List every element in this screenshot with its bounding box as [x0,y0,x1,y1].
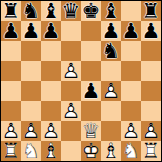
piece-outline-layer: ♕ [81,121,101,141]
piece-outline-layer: ♙ [61,61,81,81]
square-g1[interactable]: ♞♘ [121,141,141,161]
white-queen[interactable]: ♛♕ [81,121,101,141]
square-f8[interactable]: ♝ [101,1,121,21]
black-pawn[interactable]: ♟ [101,21,121,41]
square-b4[interactable] [21,81,41,101]
white-pawn[interactable]: ♟♙ [41,121,61,141]
square-e5[interactable] [81,61,101,81]
white-bishop[interactable]: ♝♗ [41,141,61,161]
piece-outline-layer: ♖ [141,141,161,161]
square-e6[interactable] [81,41,101,61]
black-king[interactable]: ♚ [81,1,101,21]
square-f1[interactable]: ♝♗ [101,141,121,161]
piece-outline-layer: ♗ [41,141,61,161]
black-pawn[interactable]: ♟ [41,21,61,41]
square-b6[interactable] [21,41,41,61]
square-b3[interactable] [21,101,41,121]
square-g6[interactable] [121,41,141,61]
square-c6[interactable] [41,41,61,61]
square-g7[interactable]: ♟ [121,21,141,41]
black-rook[interactable]: ♜ [141,1,161,21]
black-queen[interactable]: ♛ [61,1,81,21]
white-rook[interactable]: ♜♖ [141,141,161,161]
black-rook[interactable]: ♜ [1,1,21,21]
white-pawn[interactable]: ♟♙ [61,101,81,121]
square-g4[interactable] [121,81,141,101]
black-pawn[interactable]: ♟ [141,21,161,41]
square-d7[interactable] [61,21,81,41]
square-g8[interactable] [121,1,141,21]
square-h7[interactable]: ♟ [141,21,161,41]
square-e1[interactable]: ♚♔ [81,141,101,161]
square-c1[interactable]: ♝♗ [41,141,61,161]
square-a2[interactable]: ♟♙ [1,121,21,141]
piece-outline-layer: ♖ [1,141,21,161]
square-d2[interactable] [61,121,81,141]
square-h3[interactable] [141,101,161,121]
black-knight[interactable]: ♞ [101,41,121,61]
piece-outline-layer: ♙ [61,101,81,121]
square-a8[interactable]: ♜ [1,1,21,21]
square-e4[interactable]: ♟ [81,81,101,101]
square-e3[interactable] [81,101,101,121]
square-b7[interactable]: ♟ [21,21,41,41]
square-d8[interactable]: ♛ [61,1,81,21]
square-c5[interactable] [41,61,61,81]
square-a1[interactable]: ♜♖ [1,141,21,161]
white-pawn[interactable]: ♟♙ [21,121,41,141]
square-a4[interactable] [1,81,21,101]
square-f3[interactable] [101,101,121,121]
square-b2[interactable]: ♟♙ [21,121,41,141]
square-d5[interactable]: ♟♙ [61,61,81,81]
square-c4[interactable] [41,81,61,101]
white-knight[interactable]: ♞♘ [121,141,141,161]
square-d3[interactable]: ♟♙ [61,101,81,121]
square-g3[interactable] [121,101,141,121]
square-e7[interactable] [81,21,101,41]
square-e8[interactable]: ♚ [81,1,101,21]
white-pawn[interactable]: ♟♙ [1,121,21,141]
square-h4[interactable] [141,81,161,101]
black-pawn[interactable]: ♟ [1,21,21,41]
black-pawn[interactable]: ♟ [121,21,141,41]
square-h8[interactable]: ♜ [141,1,161,21]
square-g5[interactable] [121,61,141,81]
square-b8[interactable]: ♞ [21,1,41,21]
square-d1[interactable] [61,141,81,161]
black-pawn[interactable]: ♟ [21,21,41,41]
square-c2[interactable]: ♟♙ [41,121,61,141]
white-bishop[interactable]: ♝♗ [101,141,121,161]
piece-outline-layer: ♔ [81,141,101,161]
white-king[interactable]: ♚♔ [81,141,101,161]
square-a3[interactable] [1,101,21,121]
piece-outline-layer: ♙ [1,121,21,141]
piece-outline-layer: ♙ [101,81,121,101]
white-pawn[interactable]: ♟♙ [121,121,141,141]
white-rook[interactable]: ♜♖ [1,141,21,161]
square-a5[interactable] [1,61,21,81]
square-c3[interactable] [41,101,61,121]
white-knight[interactable]: ♞♘ [21,141,41,161]
square-a7[interactable]: ♟ [1,21,21,41]
chess-board: ♜♞♝♛♚♝♜♟♟♟♟♟♟♞♟♙♟♟♙♟♙♟♙♟♙♟♙♛♕♟♙♟♙♜♖♞♘♝♗♚… [0,0,162,162]
square-f2[interactable] [101,121,121,141]
square-d6[interactable] [61,41,81,61]
square-h5[interactable] [141,61,161,81]
white-pawn[interactable]: ♟♙ [61,61,81,81]
piece-outline-layer: ♙ [41,121,61,141]
square-f7[interactable]: ♟ [101,21,121,41]
square-b5[interactable] [21,61,41,81]
square-g2[interactable]: ♟♙ [121,121,141,141]
square-h2[interactable]: ♟♙ [141,121,161,141]
black-bishop[interactable]: ♝ [41,1,61,21]
square-f6[interactable]: ♞ [101,41,121,61]
black-bishop[interactable]: ♝ [101,1,121,21]
piece-outline-layer: ♘ [121,141,141,161]
black-pawn[interactable]: ♟ [81,81,101,101]
piece-outline-layer: ♘ [21,141,41,161]
white-pawn[interactable]: ♟♙ [141,121,161,141]
square-f4[interactable]: ♟♙ [101,81,121,101]
piece-outline-layer: ♗ [101,141,121,161]
black-knight[interactable]: ♞ [21,1,41,21]
piece-outline-layer: ♙ [21,121,41,141]
square-e2[interactable]: ♛♕ [81,121,101,141]
square-h6[interactable] [141,41,161,61]
piece-outline-layer: ♙ [121,121,141,141]
square-d4[interactable] [61,81,81,101]
square-b1[interactable]: ♞♘ [21,141,41,161]
square-c7[interactable]: ♟ [41,21,61,41]
square-f5[interactable] [101,61,121,81]
piece-outline-layer: ♙ [141,121,161,141]
square-a6[interactable] [1,41,21,61]
square-h1[interactable]: ♜♖ [141,141,161,161]
square-c8[interactable]: ♝ [41,1,61,21]
white-pawn[interactable]: ♟♙ [101,81,121,101]
